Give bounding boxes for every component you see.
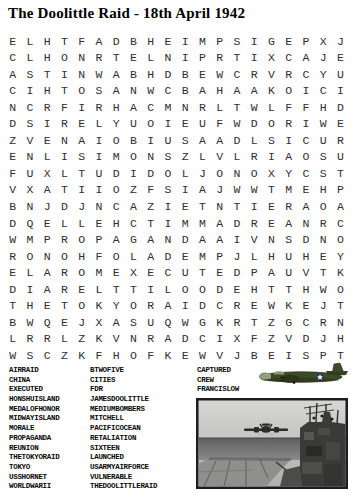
grid-cell[interactable]: Z xyxy=(73,331,90,348)
grid-cell[interactable]: L xyxy=(228,149,245,166)
grid-cell[interactable]: F xyxy=(56,99,73,116)
grid-cell[interactable]: T xyxy=(228,99,245,116)
grid-cell[interactable]: C xyxy=(297,314,314,331)
grid-cell[interactable]: E xyxy=(142,265,159,282)
grid-cell[interactable]: T xyxy=(56,33,73,50)
grid-cell[interactable]: N xyxy=(73,66,90,83)
grid-cell[interactable]: W xyxy=(90,66,107,83)
grid-cell[interactable]: N xyxy=(142,149,159,166)
grid-cell[interactable]: U xyxy=(280,248,297,265)
grid-cell[interactable]: E xyxy=(177,347,194,364)
grid-cell[interactable]: U xyxy=(159,132,176,149)
grid-cell[interactable]: N xyxy=(4,99,21,116)
grid-cell[interactable]: E xyxy=(280,33,297,50)
grid-cell[interactable]: H xyxy=(73,248,90,265)
grid-cell[interactable]: S xyxy=(90,83,107,100)
grid-cell[interactable]: O xyxy=(56,50,73,67)
grid-cell[interactable]: Y xyxy=(315,66,332,83)
grid-cell[interactable]: R xyxy=(280,116,297,133)
grid-cell[interactable]: N xyxy=(21,198,38,215)
grid-cell[interactable]: E xyxy=(125,50,142,67)
grid-cell[interactable]: A xyxy=(211,132,228,149)
grid-cell[interactable]: N xyxy=(125,331,142,348)
grid-cell[interactable]: T xyxy=(4,298,21,315)
grid-cell[interactable]: H xyxy=(39,50,56,67)
grid-cell[interactable]: L xyxy=(194,149,211,166)
grid-cell[interactable]: I xyxy=(90,149,107,166)
grid-cell[interactable]: A xyxy=(108,83,125,100)
grid-cell[interactable]: V xyxy=(280,331,297,348)
grid-cell[interactable]: P xyxy=(246,265,263,282)
grid-cell[interactable]: J xyxy=(73,198,90,215)
grid-cell[interactable]: S xyxy=(315,165,332,182)
grid-cell[interactable]: S xyxy=(21,347,38,364)
grid-cell[interactable]: O xyxy=(108,132,125,149)
grid-cell[interactable]: R xyxy=(332,132,349,149)
grid-cell[interactable]: T xyxy=(332,298,349,315)
grid-cell[interactable]: L xyxy=(246,248,263,265)
grid-cell[interactable]: U xyxy=(332,149,349,166)
grid-cell[interactable]: E xyxy=(39,132,56,149)
grid-cell[interactable]: A xyxy=(263,265,280,282)
grid-cell[interactable]: J xyxy=(211,182,228,199)
grid-cell[interactable]: R xyxy=(90,50,107,67)
grid-cell[interactable]: J xyxy=(228,347,245,364)
grid-cell[interactable]: B xyxy=(4,198,21,215)
grid-cell[interactable]: O xyxy=(73,83,90,100)
grid-cell[interactable]: X xyxy=(228,331,245,348)
grid-cell[interactable]: R xyxy=(228,298,245,315)
grid-cell[interactable]: S xyxy=(315,149,332,166)
grid-cell[interactable]: J xyxy=(315,298,332,315)
grid-cell[interactable]: I xyxy=(177,33,194,50)
grid-cell[interactable]: Q xyxy=(39,314,56,331)
grid-cell[interactable]: K xyxy=(73,347,90,364)
grid-cell[interactable]: A xyxy=(39,281,56,298)
grid-cell[interactable]: W xyxy=(4,232,21,249)
grid-cell[interactable]: E xyxy=(194,66,211,83)
grid-cell[interactable]: W xyxy=(194,347,211,364)
grid-cell[interactable]: H xyxy=(142,66,159,83)
grid-cell[interactable]: J xyxy=(39,198,56,215)
grid-cell[interactable]: U xyxy=(280,265,297,282)
grid-cell[interactable]: T xyxy=(56,182,73,199)
grid-cell[interactable]: C xyxy=(4,50,21,67)
grid-cell[interactable]: A xyxy=(211,232,228,249)
grid-cell[interactable]: Z xyxy=(125,182,142,199)
grid-cell[interactable]: D xyxy=(246,116,263,133)
grid-cell[interactable]: E xyxy=(90,215,107,232)
grid-cell[interactable]: K xyxy=(90,331,107,348)
grid-cell[interactable]: R xyxy=(142,331,159,348)
grid-cell[interactable]: E xyxy=(56,314,73,331)
grid-cell[interactable]: Z xyxy=(263,331,280,348)
grid-cell[interactable]: F xyxy=(142,182,159,199)
grid-cell[interactable]: Z xyxy=(263,314,280,331)
grid-cell[interactable]: R xyxy=(211,50,228,67)
grid-cell[interactable]: E xyxy=(4,265,21,282)
grid-cell[interactable]: W xyxy=(315,116,332,133)
grid-cell[interactable]: I xyxy=(90,182,107,199)
grid-cell[interactable]: M xyxy=(177,215,194,232)
grid-cell[interactable]: E xyxy=(4,33,21,50)
grid-cell[interactable]: P xyxy=(90,232,107,249)
grid-cell[interactable]: D xyxy=(228,132,245,149)
grid-cell[interactable]: F xyxy=(280,99,297,116)
grid-cell[interactable]: J xyxy=(332,33,349,50)
grid-cell[interactable]: I xyxy=(211,331,228,348)
grid-cell[interactable]: E xyxy=(4,149,21,166)
grid-cell[interactable]: T xyxy=(39,66,56,83)
grid-cell[interactable]: G xyxy=(125,232,142,249)
grid-cell[interactable]: A xyxy=(125,99,142,116)
grid-cell[interactable]: D xyxy=(4,281,21,298)
grid-cell[interactable]: I xyxy=(177,298,194,315)
grid-cell[interactable]: M xyxy=(280,182,297,199)
grid-cell[interactable]: L xyxy=(21,50,38,67)
grid-cell[interactable]: D xyxy=(159,248,176,265)
grid-cell[interactable]: L xyxy=(39,149,56,166)
grid-cell[interactable]: L xyxy=(73,215,90,232)
grid-cell[interactable]: R xyxy=(56,232,73,249)
grid-cell[interactable]: V xyxy=(21,132,38,149)
grid-cell[interactable]: E xyxy=(177,116,194,133)
grid-cell[interactable]: M xyxy=(194,248,211,265)
grid-cell[interactable]: A xyxy=(332,198,349,215)
grid-cell[interactable]: C xyxy=(211,298,228,315)
grid-cell[interactable]: O xyxy=(108,248,125,265)
grid-cell[interactable]: L xyxy=(21,265,38,282)
grid-cell[interactable]: W xyxy=(228,116,245,133)
grid-cell[interactable]: M xyxy=(194,33,211,50)
grid-cell[interactable]: X xyxy=(263,50,280,67)
grid-cell[interactable]: M xyxy=(194,215,211,232)
grid-cell[interactable]: Z xyxy=(4,132,21,149)
grid-cell[interactable]: A xyxy=(108,314,125,331)
grid-cell[interactable]: E xyxy=(297,298,314,315)
grid-cell[interactable]: I xyxy=(246,198,263,215)
grid-cell[interactable]: E xyxy=(73,116,90,133)
grid-cell[interactable]: L xyxy=(177,165,194,182)
grid-cell[interactable]: A xyxy=(90,33,107,50)
grid-cell[interactable]: O xyxy=(246,165,263,182)
grid-cell[interactable]: H xyxy=(297,248,314,265)
grid-cell[interactable]: X xyxy=(263,165,280,182)
grid-cell[interactable]: R xyxy=(246,149,263,166)
grid-cell[interactable]: O xyxy=(125,298,142,315)
grid-cell[interactable]: V xyxy=(108,331,125,348)
grid-cell[interactable]: D xyxy=(211,281,228,298)
grid-cell[interactable]: C xyxy=(332,215,349,232)
grid-cell[interactable]: D xyxy=(159,66,176,83)
grid-cell[interactable]: L xyxy=(246,132,263,149)
grid-cell[interactable]: I xyxy=(159,215,176,232)
grid-cell[interactable]: A xyxy=(297,50,314,67)
grid-cell[interactable]: C xyxy=(297,165,314,182)
grid-cell[interactable]: L xyxy=(56,165,73,182)
grid-cell[interactable]: H xyxy=(21,298,38,315)
grid-cell[interactable]: R xyxy=(280,66,297,83)
grid-cell[interactable]: M xyxy=(159,99,176,116)
grid-cell[interactable]: D xyxy=(4,116,21,133)
grid-cell[interactable]: S xyxy=(159,149,176,166)
grid-cell[interactable]: E xyxy=(159,33,176,50)
grid-cell[interactable]: D xyxy=(194,298,211,315)
grid-cell[interactable]: H xyxy=(332,331,349,348)
grid-cell[interactable]: O xyxy=(125,347,142,364)
grid-cell[interactable]: U xyxy=(90,165,107,182)
grid-cell[interactable]: R xyxy=(246,215,263,232)
grid-cell[interactable]: K xyxy=(211,314,228,331)
grid-cell[interactable]: E xyxy=(228,281,245,298)
grid-cell[interactable]: O xyxy=(21,248,38,265)
grid-cell[interactable]: I xyxy=(246,50,263,67)
grid-cell[interactable]: O xyxy=(73,298,90,315)
grid-cell[interactable]: D xyxy=(332,99,349,116)
grid-cell[interactable]: O xyxy=(194,281,211,298)
grid-cell[interactable]: M xyxy=(21,232,38,249)
grid-cell[interactable]: D xyxy=(56,198,73,215)
grid-cell[interactable]: F xyxy=(90,347,107,364)
grid-cell[interactable]: A xyxy=(194,83,211,100)
grid-cell[interactable]: A xyxy=(228,83,245,100)
grid-cell[interactable]: A xyxy=(194,232,211,249)
grid-cell[interactable]: V xyxy=(263,66,280,83)
grid-cell[interactable]: A xyxy=(108,66,125,83)
grid-cell[interactable]: A xyxy=(4,66,21,83)
grid-cell[interactable]: L xyxy=(21,33,38,50)
grid-cell[interactable]: O xyxy=(297,149,314,166)
grid-cell[interactable]: A xyxy=(39,265,56,282)
grid-cell[interactable]: N xyxy=(297,215,314,232)
grid-cell[interactable]: C xyxy=(297,66,314,83)
grid-cell[interactable]: E xyxy=(246,298,263,315)
grid-cell[interactable]: L xyxy=(159,281,176,298)
grid-cell[interactable]: L xyxy=(142,50,159,67)
grid-cell[interactable]: O xyxy=(159,165,176,182)
grid-cell[interactable]: N xyxy=(228,165,245,182)
grid-cell[interactable]: E xyxy=(263,215,280,232)
grid-cell[interactable]: B xyxy=(125,66,142,83)
grid-cell[interactable]: W xyxy=(4,347,21,364)
grid-cell[interactable]: T xyxy=(263,182,280,199)
grid-cell[interactable]: O xyxy=(211,165,228,182)
grid-cell[interactable]: Z xyxy=(177,149,194,166)
grid-cell[interactable]: I xyxy=(297,116,314,133)
grid-cell[interactable]: A xyxy=(211,215,228,232)
grid-cell[interactable]: V xyxy=(211,149,228,166)
grid-cell[interactable]: T xyxy=(194,265,211,282)
grid-cell[interactable]: N xyxy=(73,50,90,67)
grid-cell[interactable]: H xyxy=(263,248,280,265)
grid-cell[interactable]: L xyxy=(125,248,142,265)
grid-cell[interactable]: O xyxy=(125,149,142,166)
grid-cell[interactable]: O xyxy=(315,198,332,215)
grid-cell[interactable]: F xyxy=(142,347,159,364)
grid-cell[interactable]: Y xyxy=(332,248,349,265)
grid-cell[interactable]: X xyxy=(39,165,56,182)
grid-cell[interactable]: A xyxy=(297,198,314,215)
grid-cell[interactable]: O xyxy=(332,232,349,249)
grid-cell[interactable]: U xyxy=(142,314,159,331)
grid-cell[interactable]: C xyxy=(4,83,21,100)
grid-cell[interactable]: S xyxy=(177,132,194,149)
grid-cell[interactable]: D xyxy=(177,331,194,348)
grid-cell[interactable]: G xyxy=(194,314,211,331)
grid-cell[interactable]: P xyxy=(194,50,211,67)
grid-cell[interactable]: Z xyxy=(56,347,73,364)
grid-cell[interactable]: S xyxy=(73,149,90,166)
grid-cell[interactable]: N xyxy=(39,248,56,265)
grid-cell[interactable]: I xyxy=(177,50,194,67)
grid-cell[interactable]: L xyxy=(263,99,280,116)
grid-cell[interactable]: O xyxy=(73,232,90,249)
word-search-grid[interactable]: ELHTFADBHEIMPSIGEPXJCLHONRTELNIPRTIXCAJE… xyxy=(4,33,349,364)
grid-cell[interactable]: R xyxy=(56,265,73,282)
grid-cell[interactable]: C xyxy=(228,66,245,83)
grid-cell[interactable]: C xyxy=(315,83,332,100)
grid-cell[interactable]: P xyxy=(211,248,228,265)
grid-cell[interactable]: B xyxy=(177,83,194,100)
grid-cell[interactable]: H xyxy=(39,83,56,100)
grid-cell[interactable]: W xyxy=(315,281,332,298)
grid-cell[interactable]: R xyxy=(194,99,211,116)
grid-cell[interactable]: K xyxy=(159,347,176,364)
grid-cell[interactable]: D xyxy=(228,215,245,232)
grid-cell[interactable]: I xyxy=(56,66,73,83)
grid-cell[interactable]: L xyxy=(90,116,107,133)
grid-cell[interactable]: P xyxy=(39,232,56,249)
grid-cell[interactable]: L xyxy=(90,281,107,298)
grid-cell[interactable]: O xyxy=(263,116,280,133)
grid-cell[interactable]: I xyxy=(246,33,263,50)
grid-cell[interactable]: E xyxy=(73,281,90,298)
grid-cell[interactable]: U xyxy=(332,66,349,83)
grid-cell[interactable]: F xyxy=(4,165,21,182)
grid-cell[interactable]: L xyxy=(211,99,228,116)
grid-cell[interactable]: I xyxy=(177,182,194,199)
grid-cell[interactable]: D xyxy=(177,232,194,249)
grid-cell[interactable]: G xyxy=(263,33,280,50)
grid-cell[interactable]: E xyxy=(297,182,314,199)
grid-cell[interactable]: I xyxy=(280,132,297,149)
grid-cell[interactable]: E xyxy=(332,50,349,67)
grid-cell[interactable]: N xyxy=(263,232,280,249)
grid-cell[interactable]: A xyxy=(280,149,297,166)
grid-cell[interactable]: O xyxy=(332,281,349,298)
grid-cell[interactable]: P xyxy=(297,33,314,50)
grid-cell[interactable]: N xyxy=(159,50,176,67)
grid-cell[interactable]: U xyxy=(315,132,332,149)
grid-cell[interactable]: K xyxy=(90,298,107,315)
grid-cell[interactable]: I xyxy=(39,116,56,133)
grid-cell[interactable]: I xyxy=(228,232,245,249)
grid-cell[interactable]: E xyxy=(108,265,125,282)
grid-cell[interactable]: Q xyxy=(159,314,176,331)
grid-cell[interactable]: B xyxy=(125,132,142,149)
grid-cell[interactable]: H xyxy=(297,281,314,298)
grid-cell[interactable]: B xyxy=(125,33,142,50)
grid-cell[interactable]: T xyxy=(228,50,245,67)
grid-cell[interactable]: E xyxy=(177,198,194,215)
grid-cell[interactable]: D xyxy=(108,165,125,182)
grid-cell[interactable]: I xyxy=(142,281,159,298)
grid-cell[interactable]: A xyxy=(159,298,176,315)
grid-cell[interactable]: T xyxy=(56,83,73,100)
grid-cell[interactable]: C xyxy=(159,83,176,100)
grid-cell[interactable]: T xyxy=(332,165,349,182)
grid-cell[interactable]: A xyxy=(39,182,56,199)
grid-cell[interactable]: W xyxy=(246,182,263,199)
grid-cell[interactable]: R xyxy=(315,314,332,331)
grid-cell[interactable]: R xyxy=(21,331,38,348)
grid-cell[interactable]: S xyxy=(280,232,297,249)
grid-cell[interactable]: V xyxy=(246,232,263,249)
grid-cell[interactable]: A xyxy=(125,198,142,215)
grid-cell[interactable]: E xyxy=(39,215,56,232)
grid-cell[interactable]: D xyxy=(228,265,245,282)
grid-cell[interactable]: H xyxy=(315,99,332,116)
grid-cell[interactable]: T xyxy=(108,50,125,67)
grid-cell[interactable]: N xyxy=(211,198,228,215)
grid-cell[interactable]: W xyxy=(142,83,159,100)
grid-cell[interactable]: U xyxy=(177,265,194,282)
grid-cell[interactable]: X xyxy=(90,314,107,331)
grid-cell[interactable]: K xyxy=(263,83,280,100)
grid-cell[interactable]: E xyxy=(211,265,228,282)
grid-cell[interactable]: H xyxy=(142,33,159,50)
grid-cell[interactable]: H xyxy=(246,281,263,298)
grid-cell[interactable]: I xyxy=(297,83,314,100)
grid-cell[interactable]: I xyxy=(125,165,142,182)
grid-cell[interactable]: S xyxy=(21,116,38,133)
grid-cell[interactable]: I xyxy=(73,99,90,116)
grid-cell[interactable]: S xyxy=(159,182,176,199)
grid-cell[interactable]: N xyxy=(125,83,142,100)
grid-cell[interactable]: Z xyxy=(142,198,159,215)
grid-cell[interactable]: T xyxy=(56,298,73,315)
grid-cell[interactable]: M xyxy=(90,265,107,282)
grid-cell[interactable]: J xyxy=(315,50,332,67)
grid-cell[interactable]: H xyxy=(108,215,125,232)
grid-cell[interactable]: C xyxy=(280,50,297,67)
grid-cell[interactable]: I xyxy=(73,182,90,199)
grid-cell[interactable]: D xyxy=(4,215,21,232)
grid-cell[interactable]: C xyxy=(159,265,176,282)
grid-cell[interactable]: U xyxy=(125,116,142,133)
grid-cell[interactable]: M xyxy=(108,149,125,166)
grid-cell[interactable]: T xyxy=(142,215,159,232)
grid-cell[interactable]: N xyxy=(159,232,176,249)
grid-cell[interactable]: T xyxy=(280,281,297,298)
grid-cell[interactable]: T xyxy=(246,314,263,331)
grid-cell[interactable]: X xyxy=(315,33,332,50)
grid-cell[interactable]: L xyxy=(4,331,21,348)
grid-cell[interactable]: D xyxy=(297,331,314,348)
grid-cell[interactable]: R xyxy=(56,281,73,298)
grid-cell[interactable]: W xyxy=(21,314,38,331)
grid-cell[interactable]: J xyxy=(315,331,332,348)
grid-cell[interactable]: R xyxy=(142,298,159,315)
grid-cell[interactable]: R xyxy=(228,314,245,331)
grid-cell[interactable]: S xyxy=(228,33,245,50)
grid-cell[interactable]: R xyxy=(246,66,263,83)
grid-cell[interactable]: I xyxy=(332,83,349,100)
grid-cell[interactable]: A xyxy=(194,132,211,149)
grid-cell[interactable]: R xyxy=(4,248,21,265)
grid-cell[interactable]: A xyxy=(142,248,159,265)
grid-cell[interactable]: N xyxy=(315,232,332,249)
